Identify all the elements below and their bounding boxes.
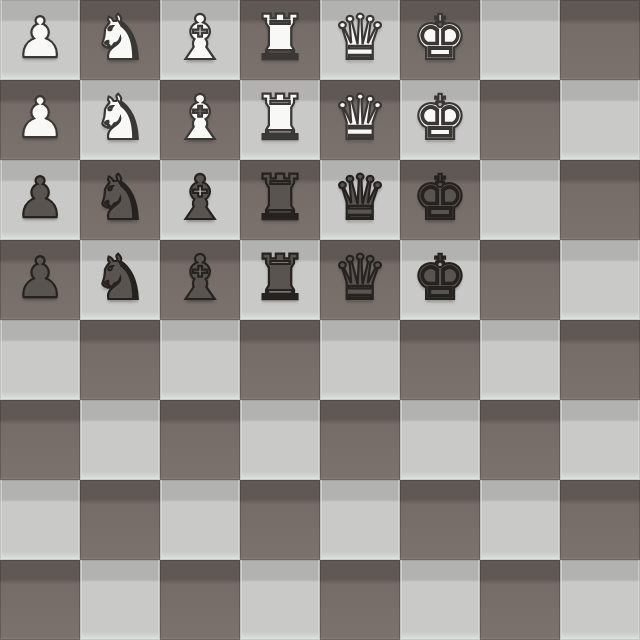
- square-g7[interactable]: [480, 80, 560, 160]
- square-d6[interactable]: ♜: [240, 160, 320, 240]
- black-rook-icon[interactable]: ♜: [252, 247, 308, 309]
- square-a7[interactable]: ♟: [0, 80, 80, 160]
- square-g5[interactable]: [480, 240, 560, 320]
- square-e8[interactable]: ♛: [320, 0, 400, 80]
- black-king-icon[interactable]: ♚: [412, 167, 468, 229]
- square-d1[interactable]: [240, 560, 320, 640]
- square-f5[interactable]: ♚: [400, 240, 480, 320]
- white-knight-icon[interactable]: ♞: [92, 7, 148, 69]
- black-pawn-icon[interactable]: ♟: [15, 170, 65, 226]
- square-c1[interactable]: [160, 560, 240, 640]
- square-d3[interactable]: [240, 400, 320, 480]
- square-g2[interactable]: [480, 480, 560, 560]
- square-h6[interactable]: [560, 160, 640, 240]
- square-a5[interactable]: ♟: [0, 240, 80, 320]
- square-f1[interactable]: [400, 560, 480, 640]
- square-f2[interactable]: [400, 480, 480, 560]
- square-b3[interactable]: [80, 400, 160, 480]
- square-d8[interactable]: ♜: [240, 0, 320, 80]
- square-a1[interactable]: [0, 560, 80, 640]
- square-b6[interactable]: ♞: [80, 160, 160, 240]
- white-queen-icon[interactable]: ♛: [332, 7, 388, 69]
- white-pawn-icon[interactable]: ♟: [15, 10, 65, 66]
- square-h3[interactable]: [560, 400, 640, 480]
- white-knight-icon[interactable]: ♞: [92, 87, 148, 149]
- square-d5[interactable]: ♜: [240, 240, 320, 320]
- square-c4[interactable]: [160, 320, 240, 400]
- black-queen-icon[interactable]: ♛: [332, 247, 388, 309]
- square-c6[interactable]: ♝: [160, 160, 240, 240]
- square-e1[interactable]: [320, 560, 400, 640]
- square-e7[interactable]: ♛: [320, 80, 400, 160]
- white-rook-icon[interactable]: ♜: [252, 7, 308, 69]
- black-knight-icon[interactable]: ♞: [92, 247, 148, 309]
- square-c3[interactable]: [160, 400, 240, 480]
- square-h5[interactable]: [560, 240, 640, 320]
- square-d2[interactable]: [240, 480, 320, 560]
- square-b8[interactable]: ♞: [80, 0, 160, 80]
- white-king-icon[interactable]: ♚: [412, 87, 468, 149]
- white-bishop-icon[interactable]: ♝: [172, 87, 228, 149]
- square-f7[interactable]: ♚: [400, 80, 480, 160]
- square-f8[interactable]: ♚: [400, 0, 480, 80]
- square-b7[interactable]: ♞: [80, 80, 160, 160]
- square-g6[interactable]: [480, 160, 560, 240]
- square-a2[interactable]: [0, 480, 80, 560]
- square-g4[interactable]: [480, 320, 560, 400]
- black-rook-icon[interactable]: ♜: [252, 167, 308, 229]
- white-king-icon[interactable]: ♚: [412, 7, 468, 69]
- square-a4[interactable]: [0, 320, 80, 400]
- square-g3[interactable]: [480, 400, 560, 480]
- white-bishop-icon[interactable]: ♝: [172, 7, 228, 69]
- square-b2[interactable]: [80, 480, 160, 560]
- black-bishop-icon[interactable]: ♝: [172, 167, 228, 229]
- square-h2[interactable]: [560, 480, 640, 560]
- square-g8[interactable]: [480, 0, 560, 80]
- square-e3[interactable]: [320, 400, 400, 480]
- square-d4[interactable]: [240, 320, 320, 400]
- black-knight-icon[interactable]: ♞: [92, 167, 148, 229]
- black-bishop-icon[interactable]: ♝: [172, 247, 228, 309]
- square-a3[interactable]: [0, 400, 80, 480]
- square-e5[interactable]: ♛: [320, 240, 400, 320]
- square-h7[interactable]: [560, 80, 640, 160]
- square-f3[interactable]: [400, 400, 480, 480]
- square-a6[interactable]: ♟: [0, 160, 80, 240]
- black-king-icon[interactable]: ♚: [412, 247, 468, 309]
- square-c5[interactable]: ♝: [160, 240, 240, 320]
- square-b5[interactable]: ♞: [80, 240, 160, 320]
- square-h8[interactable]: [560, 0, 640, 80]
- square-e4[interactable]: [320, 320, 400, 400]
- white-queen-icon[interactable]: ♛: [332, 87, 388, 149]
- square-c7[interactable]: ♝: [160, 80, 240, 160]
- square-h1[interactable]: [560, 560, 640, 640]
- chess-board: ♟♞♝♜♛♚♟♞♝♜♛♚♟♞♝♜♛♚♟♞♝♜♛♚: [0, 0, 640, 640]
- square-f4[interactable]: [400, 320, 480, 400]
- black-pawn-icon[interactable]: ♟: [15, 250, 65, 306]
- square-e6[interactable]: ♛: [320, 160, 400, 240]
- square-c8[interactable]: ♝: [160, 0, 240, 80]
- square-b4[interactable]: [80, 320, 160, 400]
- white-rook-icon[interactable]: ♜: [252, 87, 308, 149]
- square-b1[interactable]: [80, 560, 160, 640]
- square-a8[interactable]: ♟: [0, 0, 80, 80]
- square-h4[interactable]: [560, 320, 640, 400]
- square-g1[interactable]: [480, 560, 560, 640]
- white-pawn-icon[interactable]: ♟: [15, 90, 65, 146]
- black-queen-icon[interactable]: ♛: [332, 167, 388, 229]
- square-c2[interactable]: [160, 480, 240, 560]
- square-e2[interactable]: [320, 480, 400, 560]
- square-d7[interactable]: ♜: [240, 80, 320, 160]
- square-f6[interactable]: ♚: [400, 160, 480, 240]
